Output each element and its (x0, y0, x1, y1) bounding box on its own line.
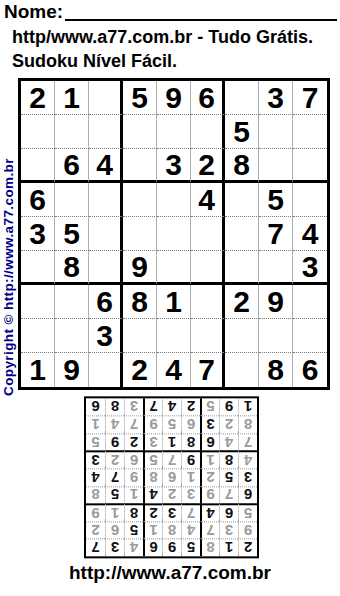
sudoku-cell-r2c7[interactable]: 5 (225, 115, 259, 149)
sudoku-cell-r9c7[interactable] (225, 353, 259, 387)
sudoku-cell-r8c9[interactable] (293, 319, 327, 353)
sudoku-cell-r7c9[interactable] (293, 285, 327, 319)
solution-cell-r2c5: 8 (162, 521, 181, 539)
sudoku-cell-r8c4[interactable] (123, 319, 157, 353)
sudoku-cell-r3c4[interactable] (123, 149, 157, 183)
solution-cell-r6c2: 8 (219, 451, 238, 469)
solution-cell-r7c5: 1 (162, 433, 181, 451)
solution-cell-r6c8: 2 (105, 451, 124, 469)
solution-cell-r1c1: 2 (238, 539, 257, 557)
sudoku-cell-r9c9[interactable]: 6 (293, 353, 327, 387)
sudoku-cell-r6c6[interactable] (191, 251, 225, 285)
solution-cell-r4c9: 8 (86, 486, 105, 504)
solution-cell-r7c2: 4 (219, 433, 238, 451)
copyright-vertical-text: Copyright © http://www.a77.com.br (1, 78, 16, 396)
sudoku-cell-r6c1[interactable] (21, 251, 55, 285)
solution-cell-r9c8: 8 (105, 398, 124, 416)
solution-cell-r5c3: 2 (200, 468, 219, 486)
sudoku-cell-r6c8[interactable] (259, 251, 293, 285)
solution-cell-r4c8: 5 (105, 486, 124, 504)
sudoku-cell-r8c3[interactable]: 3 (89, 319, 123, 353)
sudoku-grid: 215963756432864535748936812931924786 (18, 78, 330, 390)
sudoku-cell-r4c2[interactable] (55, 183, 89, 217)
solution-cell-r1c7: 4 (124, 539, 143, 557)
sudoku-cell-r2c1[interactable] (21, 115, 55, 149)
solution-cell-r8c8: 4 (105, 416, 124, 434)
solution-cell-r1c8: 3 (105, 539, 124, 557)
solution-cell-r1c6: 6 (143, 539, 162, 557)
solution-cell-r3c7: 8 (124, 504, 143, 522)
solution-cell-r1c9: 7 (86, 539, 105, 557)
sudoku-cell-r4c6[interactable]: 4 (191, 183, 225, 217)
sudoku-cell-r1c1[interactable]: 2 (21, 81, 55, 115)
solution-cell-r2c9: 2 (86, 521, 105, 539)
sudoku-cell-r5c2[interactable]: 5 (55, 217, 89, 251)
sudoku-cell-r2c5[interactable] (157, 115, 191, 149)
sudoku-cell-r7c6[interactable] (191, 285, 225, 319)
solution-cell-r5c5: 6 (162, 468, 181, 486)
sudoku-cell-r3c6[interactable]: 2 (191, 149, 225, 183)
footer-url: http://www.a77.com.br (0, 562, 340, 584)
sudoku-cell-r3c5[interactable]: 3 (157, 149, 191, 183)
solution-cell-r3c9: 9 (86, 504, 105, 522)
solution-cell-r1c4: 5 (181, 539, 200, 557)
solution-cell-r8c6: 9 (143, 416, 162, 434)
sudoku-cell-r9c1[interactable]: 1 (21, 353, 55, 387)
solution-cell-r5c1: 3 (238, 468, 257, 486)
sudoku-printable-page: Nome: http/www.a77.com.br - Tudo Grátis.… (0, 0, 340, 596)
solution-cell-r6c7: 6 (124, 451, 143, 469)
solution-cell-r5c7: 9 (124, 468, 143, 486)
solution-cell-r2c1: 9 (238, 521, 257, 539)
solution-cell-r2c4: 4 (181, 521, 200, 539)
sudoku-cell-r5c1[interactable]: 3 (21, 217, 55, 251)
name-blank-line[interactable] (65, 1, 337, 21)
sudoku-cell-r6c9[interactable]: 3 (293, 251, 327, 285)
sudoku-cell-r7c4[interactable]: 8 (123, 285, 157, 319)
solution-cell-r2c2: 3 (219, 521, 238, 539)
sudoku-cell-r1c6[interactable]: 6 (191, 81, 225, 115)
sudoku-cell-r7c2[interactable] (55, 285, 89, 319)
sudoku-cell-r2c6[interactable] (191, 115, 225, 149)
sudoku-cell-r3c3[interactable]: 4 (89, 149, 123, 183)
sudoku-cell-r4c9[interactable] (293, 183, 327, 217)
sudoku-cell-r7c1[interactable] (21, 285, 55, 319)
solution-cell-r4c5: 2 (162, 486, 181, 504)
sudoku-cell-r5c8[interactable]: 7 (259, 217, 293, 251)
sudoku-cell-r6c4[interactable]: 9 (123, 251, 157, 285)
solution-cell-r1c3: 8 (200, 539, 219, 557)
solution-cell-r7c8: 9 (105, 433, 124, 451)
sudoku-cell-r8c5[interactable] (157, 319, 191, 353)
sudoku-cell-r8c7[interactable] (225, 319, 259, 353)
solution-cell-r8c9: 1 (86, 416, 105, 434)
sudoku-cell-r7c3[interactable]: 6 (89, 285, 123, 319)
solution-cell-r3c2: 6 (219, 504, 238, 522)
site-title: http/www.a77.com.br - Tudo Grátis. (12, 27, 313, 48)
solution-cell-r9c1: 1 (238, 398, 257, 416)
solution-cell-r3c3: 4 (200, 504, 219, 522)
solution-cell-r9c6: 7 (143, 398, 162, 416)
sudoku-cell-r5c3[interactable] (89, 217, 123, 251)
sudoku-cell-r3c8[interactable] (259, 149, 293, 183)
solution-cell-r4c2: 7 (219, 486, 238, 504)
solution-cell-r8c7: 7 (124, 416, 143, 434)
sudoku-cell-r5c4[interactable] (123, 217, 157, 251)
sudoku-cell-r7c5[interactable]: 1 (157, 285, 191, 319)
sudoku-cell-r4c5[interactable] (157, 183, 191, 217)
sudoku-cell-r1c8[interactable]: 3 (259, 81, 293, 115)
solution-cell-r7c9: 5 (86, 433, 105, 451)
sudoku-cell-r3c2[interactable]: 6 (55, 149, 89, 183)
solution-cell-r4c1: 6 (238, 486, 257, 504)
sudoku-cell-r1c2[interactable]: 1 (55, 81, 89, 115)
solution-cell-r6c1: 4 (238, 451, 257, 469)
sudoku-cell-r9c8[interactable]: 8 (259, 353, 293, 387)
solution-cell-r4c7: 1 (124, 486, 143, 504)
solution-cell-r3c6: 2 (143, 504, 162, 522)
sudoku-cell-r3c1[interactable] (21, 149, 55, 183)
sudoku-cell-r9c6[interactable]: 7 (191, 353, 225, 387)
solution-cell-r8c1: 8 (238, 416, 257, 434)
solution-cell-r1c5: 9 (162, 539, 181, 557)
solution-cell-r3c4: 7 (181, 504, 200, 522)
sudoku-cell-r6c7[interactable] (225, 251, 259, 285)
sudoku-cell-r8c2[interactable] (55, 319, 89, 353)
sudoku-cell-r5c6[interactable] (191, 217, 225, 251)
sudoku-cell-r5c5[interactable] (157, 217, 191, 251)
sudoku-cell-r1c3[interactable] (89, 81, 123, 115)
sudoku-cell-r3c9[interactable] (293, 149, 327, 183)
solution-cell-r2c6: 1 (143, 521, 162, 539)
solution-cell-r7c7: 2 (124, 433, 143, 451)
sudoku-cell-r4c1[interactable]: 6 (21, 183, 55, 217)
sudoku-cell-r9c3[interactable] (89, 353, 123, 387)
solution-cell-r7c6: 3 (143, 433, 162, 451)
solution-cell-r1c2: 1 (219, 539, 238, 557)
sudoku-cell-r2c3[interactable] (89, 115, 123, 149)
solution-cell-r8c4: 6 (181, 416, 200, 434)
sudoku-cell-r6c5[interactable] (157, 251, 191, 285)
solution-cell-r2c8: 6 (105, 521, 124, 539)
sudoku-cell-r3c7[interactable]: 8 (225, 149, 259, 183)
sudoku-cell-r2c4[interactable] (123, 115, 157, 149)
solution-cell-r9c4: 2 (181, 398, 200, 416)
sudoku-cell-r4c7[interactable] (225, 183, 259, 217)
difficulty-title: Sudoku Nível Fácil. (12, 51, 177, 72)
solution-cell-r8c2: 2 (219, 416, 238, 434)
name-label: Nome: (4, 1, 63, 22)
sudoku-cell-r1c9[interactable]: 7 (293, 81, 327, 115)
solution-cell-r6c3: 1 (200, 451, 219, 469)
solution-cell-r5c2: 5 (219, 468, 238, 486)
sudoku-cell-r1c7[interactable] (225, 81, 259, 115)
sudoku-cell-r9c4[interactable]: 2 (123, 353, 157, 387)
solution-cell-r7c4: 8 (181, 433, 200, 451)
sudoku-cell-r4c3[interactable] (89, 183, 123, 217)
solution-cell-r4c3: 9 (200, 486, 219, 504)
solution-cell-r5c8: 7 (105, 468, 124, 486)
sudoku-cell-r4c8[interactable]: 5 (259, 183, 293, 217)
solution-cell-r2c7: 5 (124, 521, 143, 539)
solution-cell-r8c3: 3 (200, 416, 219, 434)
solution-cell-r7c3: 6 (200, 433, 219, 451)
sudoku-cell-r8c1[interactable] (21, 319, 55, 353)
solution-cell-r6c4: 9 (181, 451, 200, 469)
solution-cell-r4c6: 4 (143, 486, 162, 504)
solution-cell-r3c1: 5 (238, 504, 257, 522)
solution-cell-r6c6: 5 (143, 451, 162, 469)
solution-cell-r5c6: 8 (143, 468, 162, 486)
sudoku-cell-r6c2[interactable]: 8 (55, 251, 89, 285)
solution-cell-r5c9: 4 (86, 468, 105, 486)
solution-cell-r6c9: 3 (86, 451, 105, 469)
sudoku-cell-r7c7[interactable]: 2 (225, 285, 259, 319)
sudoku-cell-r2c2[interactable] (55, 115, 89, 149)
sudoku-cell-r1c5[interactable]: 9 (157, 81, 191, 115)
solution-cell-r9c7: 3 (124, 398, 143, 416)
solution-cell-r9c2: 9 (219, 398, 238, 416)
sudoku-cell-r1c4[interactable]: 5 (123, 81, 157, 115)
solution-grid: 2185964379374815625647328196793241583521… (84, 396, 259, 558)
solution-cell-r7c1: 7 (238, 433, 257, 451)
name-row: Nome: (4, 1, 337, 22)
sudoku-cell-r4c4[interactable] (123, 183, 157, 217)
sudoku-cell-r9c5[interactable]: 4 (157, 353, 191, 387)
sudoku-cell-r6c3[interactable] (89, 251, 123, 285)
solution-cell-r9c9: 6 (86, 398, 105, 416)
sudoku-cell-r2c8[interactable] (259, 115, 293, 149)
solution-cell-r3c8: 1 (105, 504, 124, 522)
sudoku-cell-r8c8[interactable] (259, 319, 293, 353)
solution-cell-r5c4: 1 (181, 468, 200, 486)
sudoku-cell-r7c8[interactable]: 9 (259, 285, 293, 319)
solution-cell-r4c4: 3 (181, 486, 200, 504)
sudoku-cell-r5c9[interactable]: 4 (293, 217, 327, 251)
sudoku-cell-r8c6[interactable] (191, 319, 225, 353)
sudoku-cell-r2c9[interactable] (293, 115, 327, 149)
solution-cell-r8c5: 5 (162, 416, 181, 434)
solution-cell-r6c5: 7 (162, 451, 181, 469)
solution-cell-r3c5: 3 (162, 504, 181, 522)
sudoku-cell-r5c7[interactable] (225, 217, 259, 251)
solution-cell-r9c3: 5 (200, 398, 219, 416)
solution-cell-r2c3: 7 (200, 521, 219, 539)
sudoku-cell-r9c2[interactable]: 9 (55, 353, 89, 387)
solution-cell-r9c5: 4 (162, 398, 181, 416)
